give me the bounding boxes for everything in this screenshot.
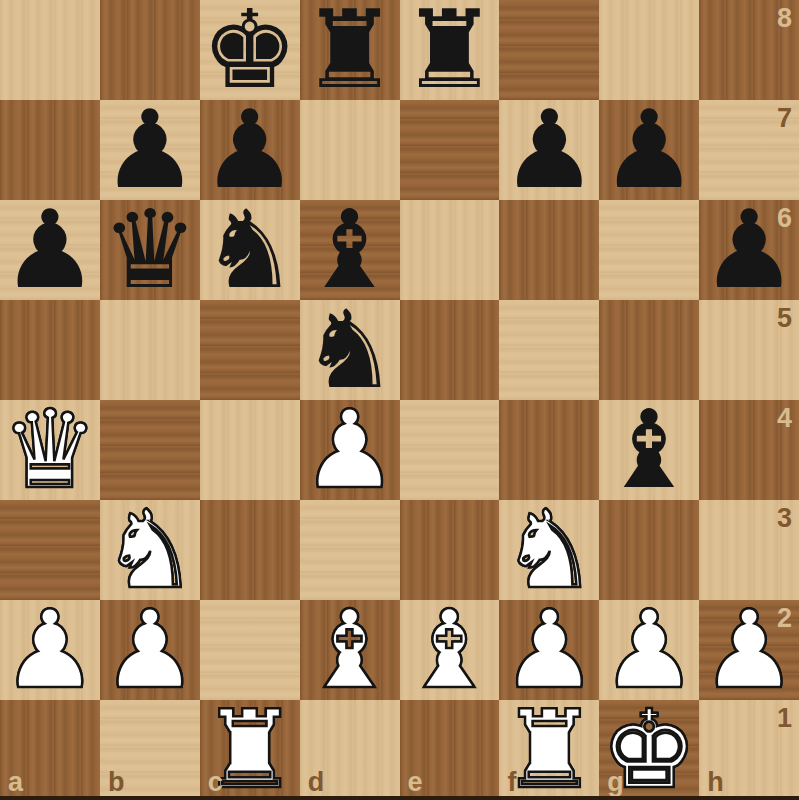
file-label-c: c (208, 769, 223, 796)
square-c7[interactable]: ♟ (200, 100, 300, 200)
white-bishop-icon[interactable]: ♝ (401, 600, 498, 700)
black-bishop-icon[interactable]: ♝ (301, 200, 398, 300)
square-f5[interactable] (499, 300, 599, 400)
square-f1[interactable]: ♜f (499, 700, 599, 800)
square-c4[interactable] (200, 400, 300, 500)
square-f6[interactable] (499, 200, 599, 300)
square-d4[interactable]: ♟ (300, 400, 400, 500)
black-pawn-icon[interactable]: ♟ (201, 100, 298, 200)
square-g3[interactable] (599, 500, 699, 600)
black-pawn-icon[interactable]: ♟ (101, 100, 198, 200)
square-d2[interactable]: ♝ (300, 600, 400, 700)
square-c2[interactable] (200, 600, 300, 700)
chess-board: ♚♜♜8♟♟♟♟7♟♛♞♝♟6♞5♛♟♝4♞♞3♟♟♝♝♟♟♟2ab♜cde♜f… (0, 0, 799, 800)
black-rook-icon[interactable]: ♜ (401, 0, 498, 100)
file-label-d: d (308, 769, 325, 796)
square-f2[interactable]: ♟ (499, 600, 599, 700)
square-e4[interactable] (400, 400, 500, 500)
white-pawn-icon[interactable]: ♟ (101, 600, 198, 700)
square-e7[interactable] (400, 100, 500, 200)
square-b6[interactable]: ♛ (100, 200, 200, 300)
square-h5[interactable]: 5 (699, 300, 799, 400)
square-h2[interactable]: ♟2 (699, 600, 799, 700)
black-rook-icon[interactable]: ♜ (301, 0, 398, 100)
square-h4[interactable]: 4 (699, 400, 799, 500)
rank-label-4: 4 (777, 405, 792, 432)
square-g7[interactable]: ♟ (599, 100, 699, 200)
square-b8[interactable] (100, 0, 200, 100)
chess-board-wrap: ♚♜♜8♟♟♟♟7♟♛♞♝♟6♞5♛♟♝4♞♞3♟♟♝♝♟♟♟2ab♜cde♜f… (0, 0, 799, 800)
white-pawn-icon[interactable]: ♟ (2, 600, 99, 700)
square-c6[interactable]: ♞ (200, 200, 300, 300)
white-queen-icon[interactable]: ♛ (2, 400, 99, 500)
square-b2[interactable]: ♟ (100, 600, 200, 700)
white-knight-icon[interactable]: ♞ (101, 500, 198, 600)
square-g4[interactable]: ♝ (599, 400, 699, 500)
square-a6[interactable]: ♟ (0, 200, 100, 300)
square-d8[interactable]: ♜ (300, 0, 400, 100)
file-label-e: e (408, 769, 423, 796)
file-label-f: f (507, 769, 516, 796)
square-a5[interactable] (0, 300, 100, 400)
black-knight-icon[interactable]: ♞ (301, 300, 398, 400)
rank-label-3: 3 (777, 505, 792, 532)
square-f3[interactable]: ♞ (499, 500, 599, 600)
square-h1[interactable]: 1h (699, 700, 799, 800)
file-label-g: g (607, 769, 624, 796)
square-c5[interactable] (200, 300, 300, 400)
board-bottom-edge (0, 796, 799, 800)
rank-label-7: 7 (777, 105, 792, 132)
square-f8[interactable] (499, 0, 599, 100)
square-e1[interactable]: e (400, 700, 500, 800)
square-g1[interactable]: ♚g (599, 700, 699, 800)
square-h8[interactable]: 8 (699, 0, 799, 100)
black-queen-icon[interactable]: ♛ (101, 200, 198, 300)
square-a4[interactable]: ♛ (0, 400, 100, 500)
square-h3[interactable]: 3 (699, 500, 799, 600)
square-g8[interactable] (599, 0, 699, 100)
square-a8[interactable] (0, 0, 100, 100)
square-e8[interactable]: ♜ (400, 0, 500, 100)
square-d5[interactable]: ♞ (300, 300, 400, 400)
square-b7[interactable]: ♟ (100, 100, 200, 200)
black-pawn-icon[interactable]: ♟ (501, 100, 598, 200)
rank-label-1: 1 (777, 705, 792, 732)
square-c8[interactable]: ♚ (200, 0, 300, 100)
file-label-a: a (8, 769, 23, 796)
square-d1[interactable]: d (300, 700, 400, 800)
square-f4[interactable] (499, 400, 599, 500)
rank-label-5: 5 (777, 305, 792, 332)
square-a2[interactable]: ♟ (0, 600, 100, 700)
square-c3[interactable] (200, 500, 300, 600)
black-bishop-icon[interactable]: ♝ (601, 400, 698, 500)
square-h7[interactable]: 7 (699, 100, 799, 200)
white-knight-icon[interactable]: ♞ (501, 500, 598, 600)
square-d3[interactable] (300, 500, 400, 600)
square-b3[interactable]: ♞ (100, 500, 200, 600)
square-d7[interactable] (300, 100, 400, 200)
black-king-icon[interactable]: ♚ (201, 0, 298, 100)
square-a3[interactable] (0, 500, 100, 600)
square-g5[interactable] (599, 300, 699, 400)
square-g6[interactable] (599, 200, 699, 300)
square-c1[interactable]: ♜c (200, 700, 300, 800)
black-knight-icon[interactable]: ♞ (201, 200, 298, 300)
square-h6[interactable]: ♟6 (699, 200, 799, 300)
square-f7[interactable]: ♟ (499, 100, 599, 200)
square-e2[interactable]: ♝ (400, 600, 500, 700)
black-pawn-icon[interactable]: ♟ (601, 100, 698, 200)
square-e6[interactable] (400, 200, 500, 300)
file-label-b: b (108, 769, 125, 796)
square-d6[interactable]: ♝ (300, 200, 400, 300)
square-a1[interactable]: a (0, 700, 100, 800)
white-pawn-icon[interactable]: ♟ (501, 600, 598, 700)
white-pawn-icon[interactable]: ♟ (301, 400, 398, 500)
rank-label-8: 8 (777, 5, 792, 32)
black-pawn-icon[interactable]: ♟ (2, 200, 99, 300)
rank-label-2: 2 (777, 605, 792, 632)
square-e5[interactable] (400, 300, 500, 400)
white-pawn-icon[interactable]: ♟ (601, 600, 698, 700)
file-label-h: h (707, 769, 724, 796)
square-a7[interactable] (0, 100, 100, 200)
square-b1[interactable]: b (100, 700, 200, 800)
square-g2[interactable]: ♟ (599, 600, 699, 700)
rank-label-6: 6 (777, 205, 792, 232)
white-bishop-icon[interactable]: ♝ (301, 600, 398, 700)
square-b4[interactable] (100, 400, 200, 500)
square-e3[interactable] (400, 500, 500, 600)
square-b5[interactable] (100, 300, 200, 400)
